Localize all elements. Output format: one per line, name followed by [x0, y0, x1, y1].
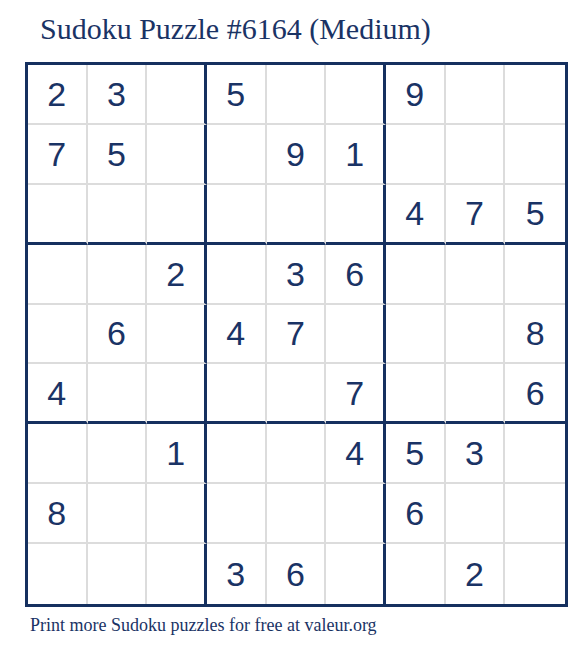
sudoku-cell-r6c2	[88, 364, 148, 424]
sudoku-cell-r8c8	[446, 484, 506, 544]
sudoku-cell-r3c4	[207, 185, 267, 245]
sudoku-cell-r4c6: 6	[326, 245, 386, 305]
sudoku-cell-r1c3	[147, 65, 207, 125]
sudoku-cell-r6c6: 7	[326, 364, 386, 424]
sudoku-cell-r6c3	[147, 364, 207, 424]
sudoku-cell-r3c1	[28, 185, 88, 245]
page-title: Sudoku Puzzle #6164 (Medium)	[40, 12, 431, 46]
sudoku-cell-r6c4	[207, 364, 267, 424]
sudoku-cell-r5c7	[386, 305, 446, 365]
sudoku-cell-r5c4: 4	[207, 305, 267, 365]
sudoku-cell-r8c4	[207, 484, 267, 544]
sudoku-cell-r1c2: 3	[88, 65, 148, 125]
sudoku-cell-r5c9: 8	[505, 305, 565, 365]
sudoku-cell-r3c2	[88, 185, 148, 245]
sudoku-cell-r7c9	[505, 424, 565, 484]
sudoku-cell-r8c9	[505, 484, 565, 544]
sudoku-cell-r4c1	[28, 245, 88, 305]
sudoku-cell-r7c3: 1	[147, 424, 207, 484]
sudoku-cell-r3c3	[147, 185, 207, 245]
sudoku-cell-r8c7: 6	[386, 484, 446, 544]
sudoku-cell-r4c3: 2	[147, 245, 207, 305]
sudoku-cell-r2c4	[207, 125, 267, 185]
sudoku-cell-r5c8	[446, 305, 506, 365]
sudoku-cell-r1c5	[267, 65, 327, 125]
footer-text: Print more Sudoku puzzles for free at va…	[30, 615, 377, 636]
sudoku-cell-r1c9	[505, 65, 565, 125]
sudoku-cell-r2c2: 5	[88, 125, 148, 185]
sudoku-cell-r3c6	[326, 185, 386, 245]
sudoku-cell-r6c1: 4	[28, 364, 88, 424]
sudoku-cell-r7c1	[28, 424, 88, 484]
sudoku-cell-r3c8: 7	[446, 185, 506, 245]
sudoku-cell-r8c5	[267, 484, 327, 544]
sudoku-cell-r9c7	[386, 544, 446, 604]
sudoku-cell-r9c8: 2	[446, 544, 506, 604]
sudoku-cell-r7c2	[88, 424, 148, 484]
sudoku-cell-r5c2: 6	[88, 305, 148, 365]
sudoku-cell-r9c6	[326, 544, 386, 604]
sudoku-cell-r1c4: 5	[207, 65, 267, 125]
sudoku-cell-r1c6	[326, 65, 386, 125]
sudoku-cell-r9c4: 3	[207, 544, 267, 604]
sudoku-cell-r1c1: 2	[28, 65, 88, 125]
sudoku-board: 235975914752366478476145386362	[25, 62, 568, 607]
sudoku-cell-r6c7	[386, 364, 446, 424]
sudoku-cell-r4c4	[207, 245, 267, 305]
sudoku-cell-r2c5: 9	[267, 125, 327, 185]
sudoku-cell-r7c7: 5	[386, 424, 446, 484]
sudoku-cell-r3c7: 4	[386, 185, 446, 245]
sudoku-cell-r4c8	[446, 245, 506, 305]
sudoku-cell-r1c8	[446, 65, 506, 125]
sudoku-cell-r9c3	[147, 544, 207, 604]
sudoku-cell-r9c2	[88, 544, 148, 604]
sudoku-cell-r5c6	[326, 305, 386, 365]
sudoku-cell-r3c5	[267, 185, 327, 245]
sudoku-cell-r5c5: 7	[267, 305, 327, 365]
sudoku-cell-r7c5	[267, 424, 327, 484]
sudoku-cell-r3c9: 5	[505, 185, 565, 245]
sudoku-cell-r8c6	[326, 484, 386, 544]
sudoku-cell-r4c5: 3	[267, 245, 327, 305]
sudoku-cell-r2c8	[446, 125, 506, 185]
sudoku-cell-r4c2	[88, 245, 148, 305]
sudoku-cell-r7c8: 3	[446, 424, 506, 484]
sudoku-cell-r2c6: 1	[326, 125, 386, 185]
sudoku-cell-r8c1: 8	[28, 484, 88, 544]
sudoku-cell-r9c9	[505, 544, 565, 604]
sudoku-cell-r6c9: 6	[505, 364, 565, 424]
sudoku-cell-r7c6: 4	[326, 424, 386, 484]
sudoku-cell-r8c2	[88, 484, 148, 544]
sudoku-cell-r1c7: 9	[386, 65, 446, 125]
sudoku-cell-r8c3	[147, 484, 207, 544]
sudoku-cell-r5c3	[147, 305, 207, 365]
sudoku-cell-r2c9	[505, 125, 565, 185]
sudoku-page: Sudoku Puzzle #6164 (Medium) 23597591475…	[0, 0, 574, 651]
sudoku-cell-r4c7	[386, 245, 446, 305]
sudoku-cell-r4c9	[505, 245, 565, 305]
sudoku-cell-r2c1: 7	[28, 125, 88, 185]
sudoku-cell-r2c3	[147, 125, 207, 185]
sudoku-cell-r9c1	[28, 544, 88, 604]
sudoku-cell-r6c8	[446, 364, 506, 424]
sudoku-cell-r5c1	[28, 305, 88, 365]
sudoku-cell-r6c5	[267, 364, 327, 424]
sudoku-cell-r2c7	[386, 125, 446, 185]
sudoku-cell-r7c4	[207, 424, 267, 484]
sudoku-cell-r9c5: 6	[267, 544, 327, 604]
